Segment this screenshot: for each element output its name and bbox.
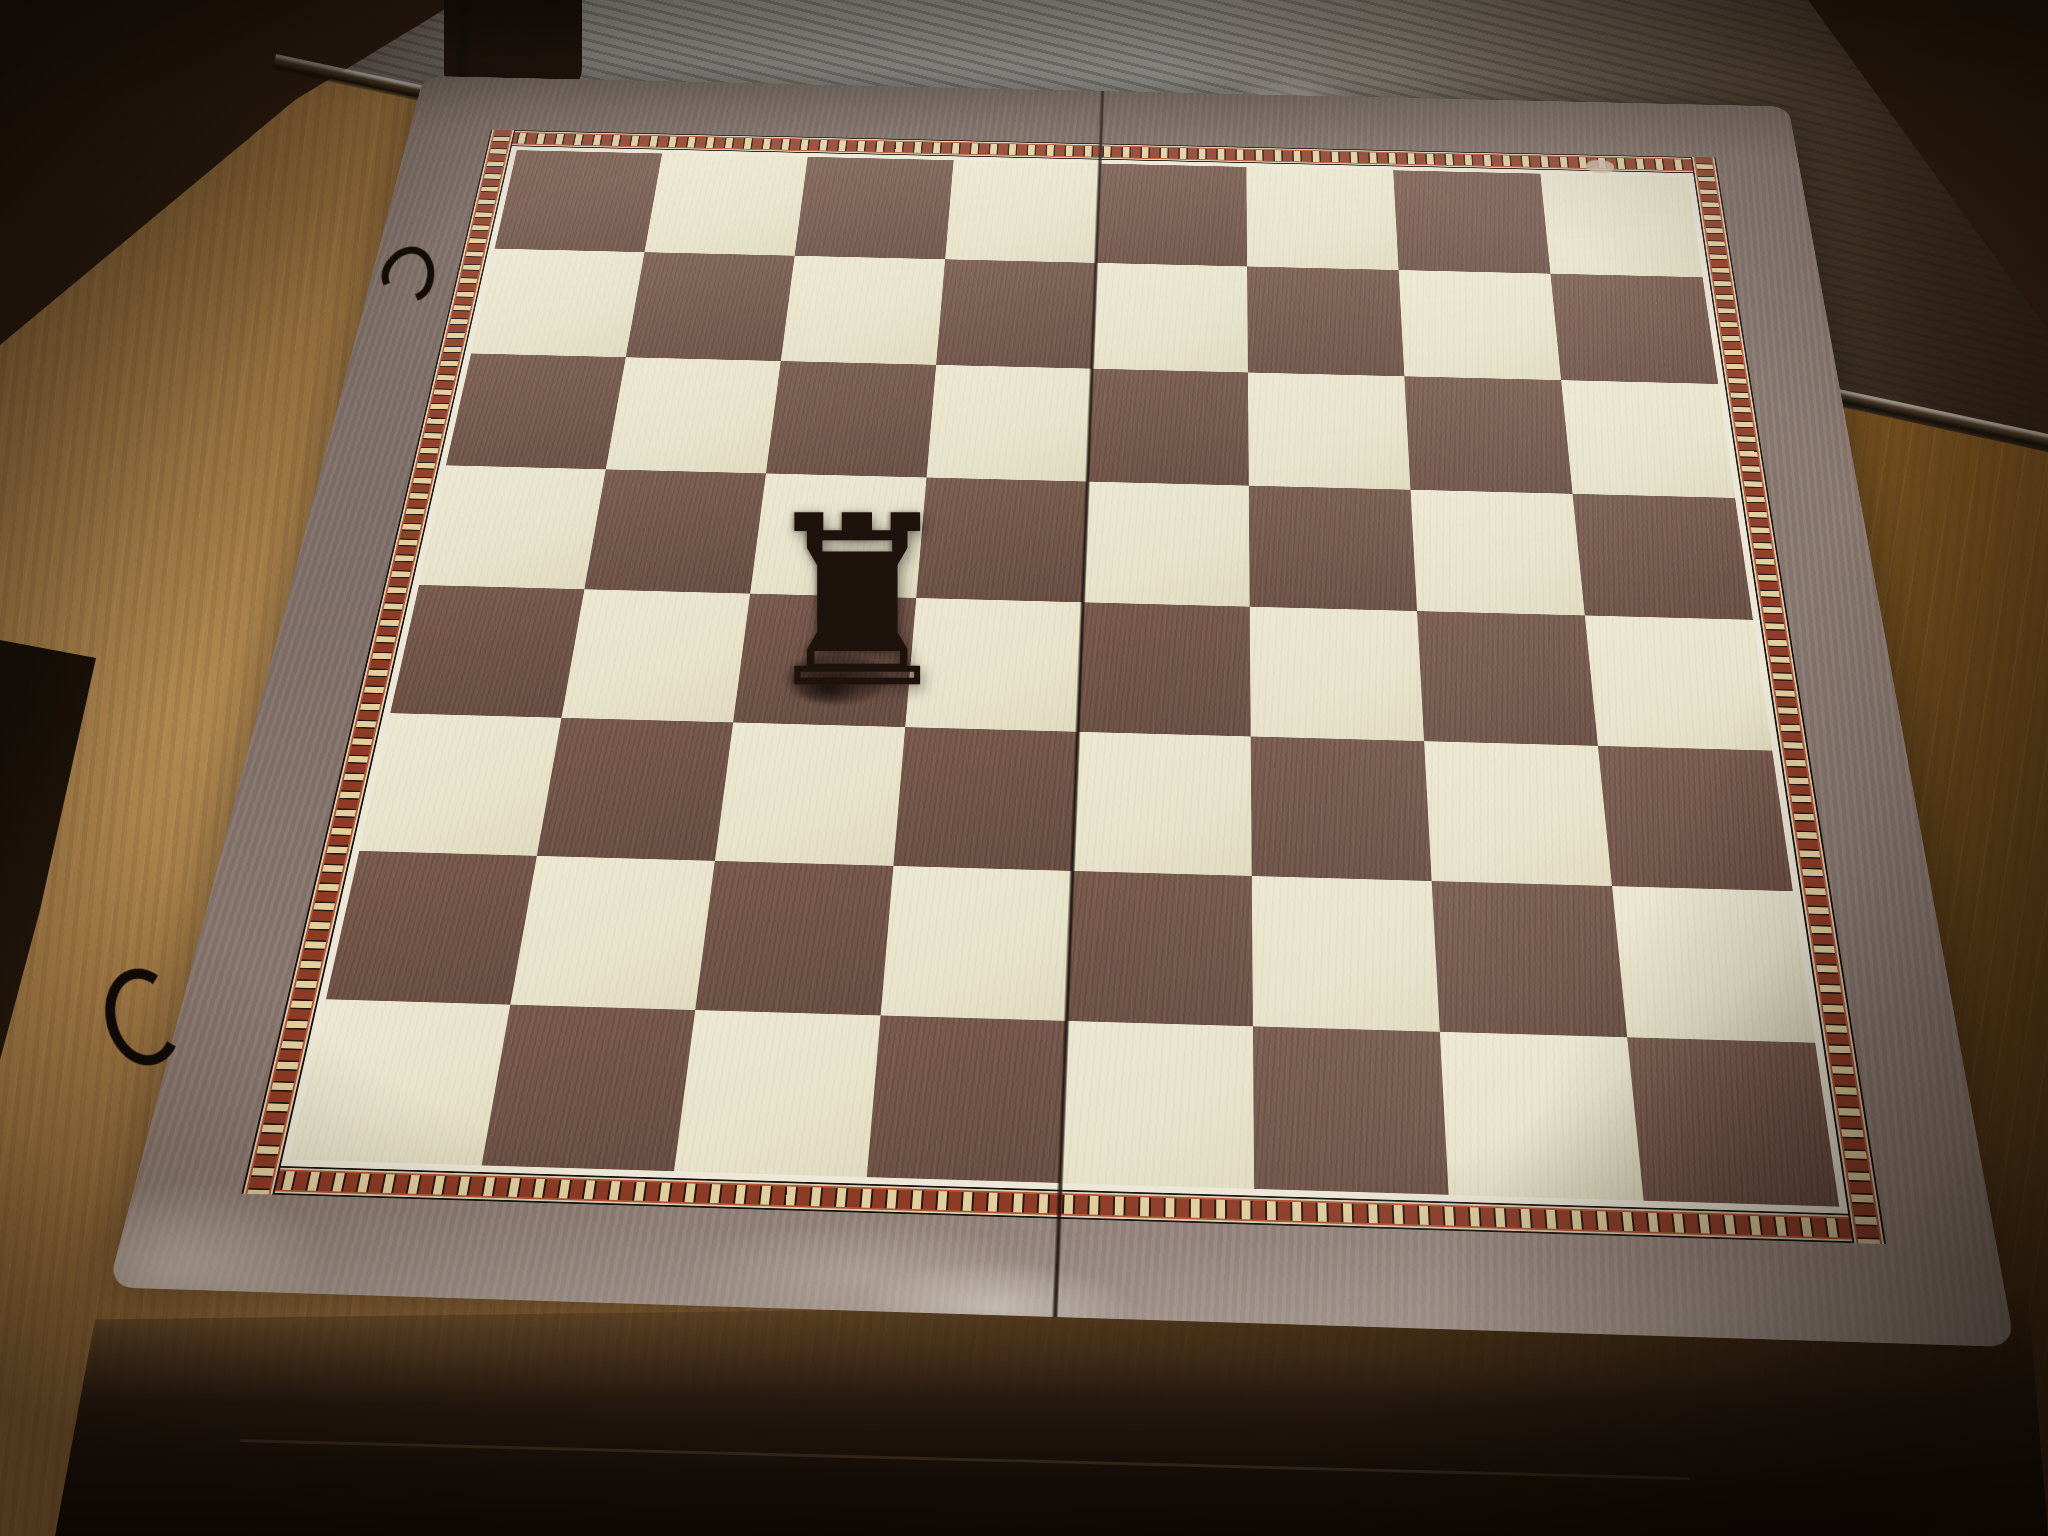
black-rook[interactable]: ♜: [757, 485, 919, 720]
photo-stage: ♜: [0, 0, 2048, 1536]
